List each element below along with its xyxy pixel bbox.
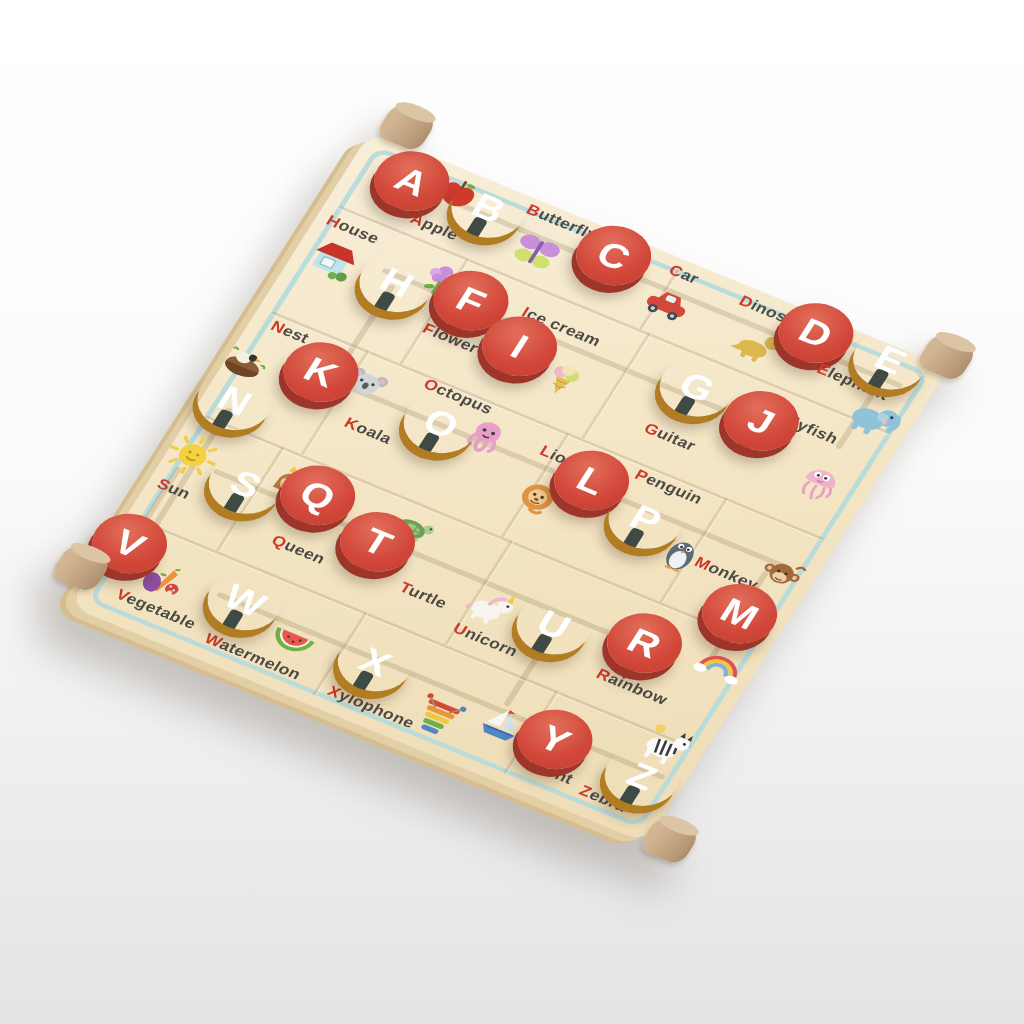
knob-letter-glyph: D bbox=[793, 312, 839, 353]
knob-letter-glyph: X bbox=[353, 642, 397, 682]
knob-letter-glyph: Z bbox=[621, 756, 663, 796]
knob-letter-glyph: G bbox=[673, 366, 721, 408]
knob-letter-glyph: U bbox=[531, 604, 577, 645]
knob-letter-glyph: Y bbox=[533, 719, 577, 759]
knob-letter-glyph: N bbox=[212, 380, 258, 421]
knob-letter-glyph: Q bbox=[294, 474, 342, 516]
knob-letter-glyph: F bbox=[450, 281, 492, 321]
knob-letter-glyph: O bbox=[417, 402, 465, 444]
knob-letter-glyph: W bbox=[218, 578, 272, 623]
knob-letter-glyph: B bbox=[466, 187, 512, 228]
product-photo-stage: AppleAButterflyBCarCDinosaurDElephantEFl… bbox=[0, 0, 1024, 1024]
wooden-corner-peg bbox=[637, 814, 702, 866]
knob-letter-glyph: I bbox=[505, 329, 535, 363]
board-shadow: AppleAButterflyBCarCDinosaurDElephantEFl… bbox=[0, 0, 1024, 1024]
knob-letter-glyph: E bbox=[869, 340, 913, 380]
knob-letter-glyph: H bbox=[374, 262, 420, 303]
knob-letter-glyph: C bbox=[591, 235, 637, 276]
word-initial: S bbox=[154, 475, 174, 494]
knob-letter-glyph: M bbox=[715, 592, 765, 635]
knob-letter-glyph: P bbox=[624, 499, 668, 539]
word-initial: C bbox=[666, 262, 687, 281]
word-initial: H bbox=[323, 212, 344, 231]
knob-letter-glyph: J bbox=[741, 402, 781, 441]
knob-letter-glyph: S bbox=[224, 464, 268, 504]
knob-letter-glyph: A bbox=[389, 161, 435, 202]
knob-letter-glyph: R bbox=[621, 622, 667, 663]
wooden-corner-peg bbox=[374, 100, 439, 152]
knob-letter-glyph: T bbox=[357, 522, 399, 562]
knob-letter-glyph: V bbox=[108, 523, 152, 563]
alphabet-maze-board: AppleAButterflyBCarCDinosaurDElephantEFl… bbox=[69, 131, 949, 844]
knob-letter-glyph: L bbox=[571, 461, 613, 501]
knob-letter-glyph: K bbox=[298, 351, 344, 392]
